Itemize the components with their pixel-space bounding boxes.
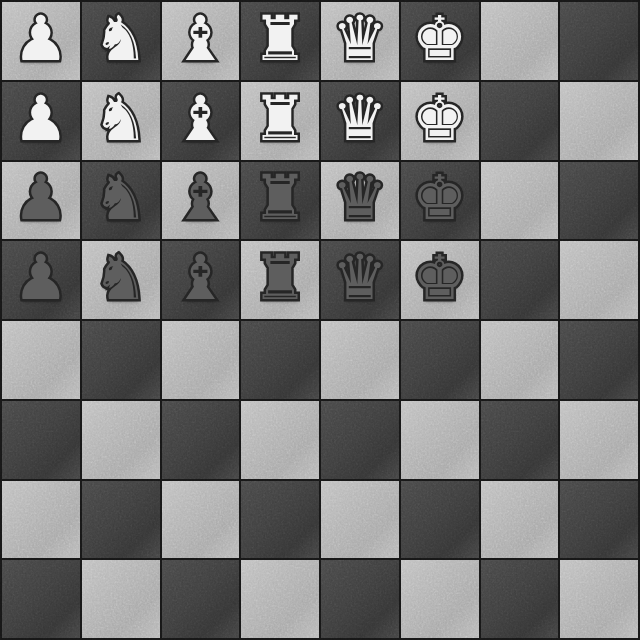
piece-fill-glyph: ♟ (2, 162, 80, 240)
square-c7[interactable]: ♝♝ (162, 82, 240, 160)
piece-fill-glyph: ♝ (162, 2, 240, 80)
square-f4[interactable] (401, 321, 479, 399)
square-c2[interactable] (162, 481, 240, 559)
piece-black-knight[interactable]: ♞♞ (82, 241, 160, 319)
square-e5[interactable]: ♛♛ (321, 241, 399, 319)
piece-fill-glyph: ♞ (82, 2, 160, 80)
square-d1[interactable] (241, 560, 319, 638)
piece-fill-glyph: ♜ (241, 82, 319, 160)
square-e1[interactable] (321, 560, 399, 638)
square-a5[interactable]: ♟♟ (2, 241, 80, 319)
square-e7[interactable]: ♛♛ (321, 82, 399, 160)
piece-white-bishop[interactable]: ♝♝ (162, 82, 240, 160)
piece-fill-glyph: ♜ (241, 162, 319, 240)
square-e3[interactable] (321, 401, 399, 479)
piece-fill-glyph: ♝ (162, 162, 240, 240)
square-f7[interactable]: ♚♚ (401, 82, 479, 160)
square-h6[interactable] (560, 162, 638, 240)
square-f5[interactable]: ♚♚ (401, 241, 479, 319)
square-a8[interactable]: ♟♟ (2, 2, 80, 80)
square-a7[interactable]: ♟♟ (2, 82, 80, 160)
piece-fill-glyph: ♛ (321, 241, 399, 319)
piece-fill-glyph: ♚ (401, 241, 479, 319)
piece-fill-glyph: ♛ (321, 162, 399, 240)
square-a3[interactable] (2, 401, 80, 479)
square-d8[interactable]: ♜♜ (241, 2, 319, 80)
square-f2[interactable] (401, 481, 479, 559)
square-c5[interactable]: ♝♝ (162, 241, 240, 319)
square-h5[interactable] (560, 241, 638, 319)
square-h1[interactable] (560, 560, 638, 638)
piece-fill-glyph: ♛ (321, 2, 399, 80)
square-c1[interactable] (162, 560, 240, 638)
square-a1[interactable] (2, 560, 80, 638)
piece-white-pawn[interactable]: ♟♟ (2, 82, 80, 160)
square-d3[interactable] (241, 401, 319, 479)
square-c3[interactable] (162, 401, 240, 479)
square-g4[interactable] (481, 321, 559, 399)
piece-white-king[interactable]: ♚♚ (401, 2, 479, 80)
piece-fill-glyph: ♞ (82, 241, 160, 319)
piece-black-rook[interactable]: ♜♜ (241, 162, 319, 240)
square-g3[interactable] (481, 401, 559, 479)
square-g1[interactable] (481, 560, 559, 638)
piece-white-rook[interactable]: ♜♜ (241, 2, 319, 80)
piece-fill-glyph: ♚ (401, 82, 479, 160)
square-b1[interactable] (82, 560, 160, 638)
piece-white-knight[interactable]: ♞♞ (82, 2, 160, 80)
piece-white-queen[interactable]: ♛♛ (321, 2, 399, 80)
square-f3[interactable] (401, 401, 479, 479)
square-b8[interactable]: ♞♞ (82, 2, 160, 80)
piece-fill-glyph: ♞ (82, 162, 160, 240)
piece-black-bishop[interactable]: ♝♝ (162, 241, 240, 319)
square-c6[interactable]: ♝♝ (162, 162, 240, 240)
square-h7[interactable] (560, 82, 638, 160)
square-c8[interactable]: ♝♝ (162, 2, 240, 80)
square-b6[interactable]: ♞♞ (82, 162, 160, 240)
piece-black-pawn[interactable]: ♟♟ (2, 162, 80, 240)
square-b2[interactable] (82, 481, 160, 559)
chess-board-wrap: ♟♟♞♞♝♝♜♜♛♛♚♚♟♟♞♞♝♝♜♜♛♛♚♚♟♟♞♞♝♝♜♜♛♛♚♚♟♟♞♞… (0, 0, 640, 640)
square-e6[interactable]: ♛♛ (321, 162, 399, 240)
square-b3[interactable] (82, 401, 160, 479)
piece-fill-glyph: ♝ (162, 82, 240, 160)
square-a2[interactable] (2, 481, 80, 559)
square-h2[interactable] (560, 481, 638, 559)
square-g2[interactable] (481, 481, 559, 559)
chess-board: ♟♟♞♞♝♝♜♜♛♛♚♚♟♟♞♞♝♝♜♜♛♛♚♚♟♟♞♞♝♝♜♜♛♛♚♚♟♟♞♞… (0, 0, 640, 640)
square-d7[interactable]: ♜♜ (241, 82, 319, 160)
piece-fill-glyph: ♞ (82, 82, 160, 160)
piece-fill-glyph: ♜ (241, 241, 319, 319)
piece-fill-glyph: ♟ (2, 2, 80, 80)
square-d2[interactable] (241, 481, 319, 559)
square-h4[interactable] (560, 321, 638, 399)
square-a4[interactable] (2, 321, 80, 399)
square-h3[interactable] (560, 401, 638, 479)
piece-fill-glyph: ♛ (321, 82, 399, 160)
piece-white-bishop[interactable]: ♝♝ (162, 2, 240, 80)
piece-white-rook[interactable]: ♜♜ (241, 82, 319, 160)
square-d4[interactable] (241, 321, 319, 399)
piece-black-queen[interactable]: ♛♛ (321, 241, 399, 319)
square-d5[interactable]: ♜♜ (241, 241, 319, 319)
square-g8[interactable] (481, 2, 559, 80)
piece-white-pawn[interactable]: ♟♟ (2, 2, 80, 80)
square-f8[interactable]: ♚♚ (401, 2, 479, 80)
square-b4[interactable] (82, 321, 160, 399)
square-e4[interactable] (321, 321, 399, 399)
square-g6[interactable] (481, 162, 559, 240)
piece-black-rook[interactable]: ♜♜ (241, 241, 319, 319)
piece-black-king[interactable]: ♚♚ (401, 162, 479, 240)
square-g5[interactable] (481, 241, 559, 319)
square-b7[interactable]: ♞♞ (82, 82, 160, 160)
piece-black-bishop[interactable]: ♝♝ (162, 162, 240, 240)
piece-white-queen[interactable]: ♛♛ (321, 82, 399, 160)
square-f1[interactable] (401, 560, 479, 638)
square-f6[interactable]: ♚♚ (401, 162, 479, 240)
piece-black-pawn[interactable]: ♟♟ (2, 241, 80, 319)
piece-black-knight[interactable]: ♞♞ (82, 162, 160, 240)
piece-fill-glyph: ♚ (401, 2, 479, 80)
piece-white-king[interactable]: ♚♚ (401, 82, 479, 160)
square-d6[interactable]: ♜♜ (241, 162, 319, 240)
square-e8[interactable]: ♛♛ (321, 2, 399, 80)
square-a6[interactable]: ♟♟ (2, 162, 80, 240)
square-h8[interactable] (560, 2, 638, 80)
square-e2[interactable] (321, 481, 399, 559)
piece-fill-glyph: ♟ (2, 82, 80, 160)
square-c4[interactable] (162, 321, 240, 399)
piece-white-knight[interactable]: ♞♞ (82, 82, 160, 160)
piece-fill-glyph: ♟ (2, 241, 80, 319)
piece-black-king[interactable]: ♚♚ (401, 241, 479, 319)
piece-fill-glyph: ♝ (162, 241, 240, 319)
piece-fill-glyph: ♚ (401, 162, 479, 240)
square-b5[interactable]: ♞♞ (82, 241, 160, 319)
square-g7[interactable] (481, 82, 559, 160)
piece-fill-glyph: ♜ (241, 2, 319, 80)
piece-black-queen[interactable]: ♛♛ (321, 162, 399, 240)
